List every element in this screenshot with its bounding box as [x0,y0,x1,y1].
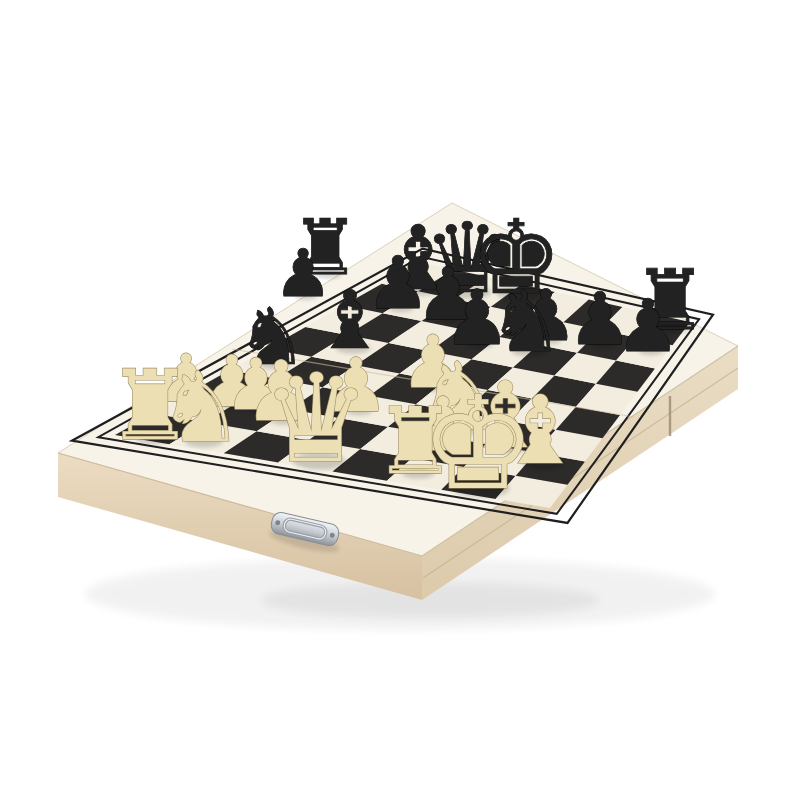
piece-white-king: ♚ [420,369,535,518]
chess-scene: ♜♝♛♚♟♟♟♜♟♟♟♝♞♟♞♟♟♟♟♟♟♞♜♞♝♟♛♝♜♚ [0,0,800,800]
piece-white-knight: ♞ [158,351,245,464]
piece-white-queen: ♛ [261,348,371,490]
piece-black-pawn: ♟ [616,284,681,368]
chess-set-product-photo: ♜♝♛♚♟♟♟♜♟♟♟♝♞♟♞♟♟♟♟♟♟♞♜♞♝♟♛♝♜♚ [0,0,800,800]
